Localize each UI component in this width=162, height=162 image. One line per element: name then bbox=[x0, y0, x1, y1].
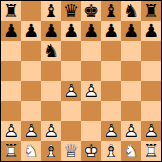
piece-black-pawn-c7[interactable]: ♟ bbox=[41, 21, 61, 41]
piece-black-queen-d8[interactable]: ♛ bbox=[61, 1, 81, 21]
white-piece-outline-glyph: ♙ bbox=[1, 121, 21, 141]
piece-white-rook-a1[interactable]: ♜♖ bbox=[1, 141, 21, 161]
piece-white-pawn-a2[interactable]: ♟♙ bbox=[1, 121, 21, 141]
square-b4[interactable] bbox=[21, 81, 41, 101]
square-f8[interactable]: ♝ bbox=[101, 1, 121, 21]
piece-white-pawn-g2[interactable]: ♟♙ bbox=[121, 121, 141, 141]
white-piece-outline-glyph: ♘ bbox=[121, 141, 141, 161]
square-a7[interactable]: ♟ bbox=[1, 21, 21, 41]
square-b2[interactable]: ♟♙ bbox=[21, 121, 41, 141]
square-b3[interactable] bbox=[21, 101, 41, 121]
square-e8[interactable]: ♚ bbox=[81, 1, 101, 21]
white-piece-outline-glyph: ♙ bbox=[21, 121, 41, 141]
piece-white-pawn-h2[interactable]: ♟♙ bbox=[141, 121, 161, 141]
square-d6[interactable] bbox=[61, 41, 81, 61]
square-d2[interactable] bbox=[61, 121, 81, 141]
piece-white-pawn-e4[interactable]: ♟♙ bbox=[81, 81, 101, 101]
black-piece-glyph: ♟ bbox=[141, 21, 161, 41]
square-g7[interactable]: ♟ bbox=[121, 21, 141, 41]
white-piece-outline-glyph: ♙ bbox=[121, 121, 141, 141]
square-h2[interactable]: ♟♙ bbox=[141, 121, 161, 141]
piece-white-rook-h1[interactable]: ♜♖ bbox=[141, 141, 161, 161]
piece-black-rook-h8[interactable]: ♜ bbox=[141, 1, 161, 21]
chess-board: ♜♝♛♚♝♞♜♟♟♟♟♟♟♟♟♞♟♙♟♙♟♙♟♙♟♙♟♙♟♙♟♙♜♖♞♘♝♗♛♕… bbox=[0, 0, 162, 162]
square-d1[interactable]: ♛♕ bbox=[61, 141, 81, 161]
black-piece-glyph: ♞ bbox=[121, 1, 141, 21]
piece-white-king-e1[interactable]: ♚♔ bbox=[81, 141, 101, 161]
piece-black-pawn-f7[interactable]: ♟ bbox=[101, 21, 121, 41]
square-f1[interactable]: ♝♗ bbox=[101, 141, 121, 161]
piece-black-knight-g8[interactable]: ♞ bbox=[121, 1, 141, 21]
square-e2[interactable] bbox=[81, 121, 101, 141]
square-h1[interactable]: ♜♖ bbox=[141, 141, 161, 161]
square-g5[interactable] bbox=[121, 61, 141, 81]
black-piece-glyph: ♝ bbox=[41, 1, 61, 21]
piece-black-bishop-c8[interactable]: ♝ bbox=[41, 1, 61, 21]
square-e7[interactable]: ♟ bbox=[81, 21, 101, 41]
black-piece-glyph: ♟ bbox=[121, 21, 141, 41]
square-c7[interactable]: ♟ bbox=[41, 21, 61, 41]
piece-white-queen-d1[interactable]: ♛♕ bbox=[61, 141, 81, 161]
square-d4[interactable]: ♟♙ bbox=[61, 81, 81, 101]
square-f2[interactable]: ♟♙ bbox=[101, 121, 121, 141]
square-e6[interactable] bbox=[81, 41, 101, 61]
black-piece-glyph: ♞ bbox=[41, 41, 61, 61]
square-g4[interactable] bbox=[121, 81, 141, 101]
square-f4[interactable] bbox=[101, 81, 121, 101]
white-piece-outline-glyph: ♗ bbox=[101, 141, 121, 161]
piece-black-pawn-d7[interactable]: ♟ bbox=[61, 21, 81, 41]
white-piece-outline-glyph: ♖ bbox=[141, 141, 161, 161]
piece-white-pawn-b2[interactable]: ♟♙ bbox=[21, 121, 41, 141]
square-c2[interactable]: ♟♙ bbox=[41, 121, 61, 141]
square-e1[interactable]: ♚♔ bbox=[81, 141, 101, 161]
square-f7[interactable]: ♟ bbox=[101, 21, 121, 41]
square-d7[interactable]: ♟ bbox=[61, 21, 81, 41]
square-e4[interactable]: ♟♙ bbox=[81, 81, 101, 101]
black-piece-glyph: ♜ bbox=[141, 1, 161, 21]
piece-black-rook-a8[interactable]: ♜ bbox=[1, 1, 21, 21]
piece-black-pawn-h7[interactable]: ♟ bbox=[141, 21, 161, 41]
black-piece-glyph: ♟ bbox=[21, 21, 41, 41]
piece-black-king-e8[interactable]: ♚ bbox=[81, 1, 101, 21]
square-a4[interactable] bbox=[1, 81, 21, 101]
white-piece-outline-glyph: ♔ bbox=[81, 141, 101, 161]
white-piece-outline-glyph: ♙ bbox=[141, 121, 161, 141]
piece-black-knight-c6[interactable]: ♞ bbox=[41, 41, 61, 61]
square-c1[interactable]: ♝♗ bbox=[41, 141, 61, 161]
piece-black-bishop-f8[interactable]: ♝ bbox=[101, 1, 121, 21]
square-e3[interactable] bbox=[81, 101, 101, 121]
black-piece-glyph: ♟ bbox=[1, 21, 21, 41]
square-b5[interactable] bbox=[21, 61, 41, 81]
piece-white-pawn-c2[interactable]: ♟♙ bbox=[41, 121, 61, 141]
square-g6[interactable] bbox=[121, 41, 141, 61]
piece-black-pawn-b7[interactable]: ♟ bbox=[21, 21, 41, 41]
black-piece-glyph: ♚ bbox=[81, 1, 101, 21]
square-a6[interactable] bbox=[1, 41, 21, 61]
piece-white-pawn-d4[interactable]: ♟♙ bbox=[61, 81, 81, 101]
square-a8[interactable]: ♜ bbox=[1, 1, 21, 21]
white-piece-outline-glyph: ♙ bbox=[81, 81, 101, 101]
square-b7[interactable]: ♟ bbox=[21, 21, 41, 41]
square-c6[interactable]: ♞ bbox=[41, 41, 61, 61]
white-piece-outline-glyph: ♙ bbox=[41, 121, 61, 141]
white-piece-outline-glyph: ♙ bbox=[101, 121, 121, 141]
square-h6[interactable] bbox=[141, 41, 161, 61]
piece-white-knight-g1[interactable]: ♞♘ bbox=[121, 141, 141, 161]
black-piece-glyph: ♟ bbox=[101, 21, 121, 41]
square-g3[interactable] bbox=[121, 101, 141, 121]
piece-black-pawn-e7[interactable]: ♟ bbox=[81, 21, 101, 41]
square-h7[interactable]: ♟ bbox=[141, 21, 161, 41]
piece-white-knight-b1[interactable]: ♞♘ bbox=[21, 141, 41, 161]
piece-white-bishop-c1[interactable]: ♝♗ bbox=[41, 141, 61, 161]
black-piece-glyph: ♜ bbox=[1, 1, 21, 21]
square-d3[interactable] bbox=[61, 101, 81, 121]
square-g8[interactable]: ♞ bbox=[121, 1, 141, 21]
piece-black-pawn-g7[interactable]: ♟ bbox=[121, 21, 141, 41]
square-g2[interactable]: ♟♙ bbox=[121, 121, 141, 141]
square-f6[interactable] bbox=[101, 41, 121, 61]
piece-white-pawn-f2[interactable]: ♟♙ bbox=[101, 121, 121, 141]
square-h5[interactable] bbox=[141, 61, 161, 81]
square-b8[interactable] bbox=[21, 1, 41, 21]
square-d8[interactable]: ♛ bbox=[61, 1, 81, 21]
square-c8[interactable]: ♝ bbox=[41, 1, 61, 21]
square-d5[interactable] bbox=[61, 61, 81, 81]
white-piece-outline-glyph: ♗ bbox=[41, 141, 61, 161]
square-g1[interactable]: ♞♘ bbox=[121, 141, 141, 161]
square-a2[interactable]: ♟♙ bbox=[1, 121, 21, 141]
square-b1[interactable]: ♞♘ bbox=[21, 141, 41, 161]
square-a3[interactable] bbox=[1, 101, 21, 121]
black-piece-glyph: ♟ bbox=[41, 21, 61, 41]
square-b6[interactable] bbox=[21, 41, 41, 61]
square-h3[interactable] bbox=[141, 101, 161, 121]
black-piece-glyph: ♟ bbox=[61, 21, 81, 41]
piece-black-pawn-a7[interactable]: ♟ bbox=[1, 21, 21, 41]
square-a5[interactable] bbox=[1, 61, 21, 81]
black-piece-glyph: ♛ bbox=[61, 1, 81, 21]
square-h4[interactable] bbox=[141, 81, 161, 101]
white-piece-outline-glyph: ♘ bbox=[21, 141, 41, 161]
black-piece-glyph: ♝ bbox=[101, 1, 121, 21]
square-f5[interactable] bbox=[101, 61, 121, 81]
square-e5[interactable] bbox=[81, 61, 101, 81]
square-c4[interactable] bbox=[41, 81, 61, 101]
square-f3[interactable] bbox=[101, 101, 121, 121]
square-a1[interactable]: ♜♖ bbox=[1, 141, 21, 161]
square-h8[interactable]: ♜ bbox=[141, 1, 161, 21]
piece-white-bishop-f1[interactable]: ♝♗ bbox=[101, 141, 121, 161]
square-c3[interactable] bbox=[41, 101, 61, 121]
square-c5[interactable] bbox=[41, 61, 61, 81]
white-piece-outline-glyph: ♖ bbox=[1, 141, 21, 161]
black-piece-glyph: ♟ bbox=[81, 21, 101, 41]
white-piece-outline-glyph: ♙ bbox=[61, 81, 81, 101]
white-piece-outline-glyph: ♕ bbox=[61, 141, 81, 161]
